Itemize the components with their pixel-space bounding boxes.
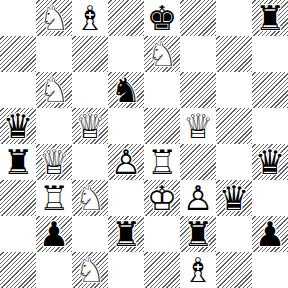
square-b4[interactable]: ♛♕: [36, 144, 72, 180]
piece-halo: ♜: [108, 216, 144, 252]
piece-black-rook: ♜: [108, 216, 144, 252]
square-d5[interactable]: [108, 108, 144, 144]
piece-white-pawn: ♙: [180, 180, 216, 216]
piece-black-rook: ♜: [252, 0, 288, 36]
square-e5[interactable]: [144, 108, 180, 144]
square-e7[interactable]: ♞♘: [144, 36, 180, 72]
piece-halo: ♞: [72, 252, 108, 288]
piece-halo: ♜: [0, 144, 36, 180]
piece-halo: ♞: [72, 180, 108, 216]
square-c4[interactable]: [72, 144, 108, 180]
square-d4[interactable]: ♟♙: [108, 144, 144, 180]
square-d2[interactable]: ♜♜: [108, 216, 144, 252]
piece-halo: ♛: [72, 108, 108, 144]
square-f7[interactable]: [180, 36, 216, 72]
piece-white-knight: ♘: [36, 0, 72, 36]
square-e8[interactable]: ♚♚: [144, 0, 180, 36]
piece-black-queen: ♛: [216, 180, 252, 216]
piece-white-knight: ♘: [144, 36, 180, 72]
square-d1[interactable]: [108, 252, 144, 288]
piece-black-king: ♚: [144, 0, 180, 36]
piece-white-queen: ♕: [36, 144, 72, 180]
piece-black-rook: ♜: [0, 144, 36, 180]
square-b5[interactable]: [36, 108, 72, 144]
square-e1[interactable]: [144, 252, 180, 288]
piece-white-bishop: ♗: [72, 0, 108, 36]
piece-halo: ♛: [0, 108, 36, 144]
square-f8[interactable]: [180, 0, 216, 36]
piece-halo: ♜: [180, 216, 216, 252]
square-a1[interactable]: [0, 252, 36, 288]
square-e2[interactable]: [144, 216, 180, 252]
square-c7[interactable]: [72, 36, 108, 72]
piece-black-pawn: ♟: [252, 216, 288, 252]
piece-halo: ♝: [72, 0, 108, 36]
square-g6[interactable]: [216, 72, 252, 108]
square-h4[interactable]: ♛♛: [252, 144, 288, 180]
square-h1[interactable]: [252, 252, 288, 288]
piece-white-queen: ♕: [180, 108, 216, 144]
square-c6[interactable]: [72, 72, 108, 108]
square-f4[interactable]: [180, 144, 216, 180]
piece-black-rook: ♜: [180, 216, 216, 252]
square-g1[interactable]: [216, 252, 252, 288]
piece-halo: ♜: [36, 180, 72, 216]
square-b6[interactable]: ♞♘: [36, 72, 72, 108]
square-h3[interactable]: [252, 180, 288, 216]
chess-board: ♞♘♝♗♚♚♜♜♞♘♞♘♞♞♛♛♛♕♛♕♜♜♛♕♟♙♜♖♛♛♜♖♞♘♚♔♟♙♛♛…: [0, 0, 288, 288]
piece-halo: ♟: [252, 216, 288, 252]
piece-white-bishop: ♗: [180, 252, 216, 288]
square-b7[interactable]: [36, 36, 72, 72]
square-a3[interactable]: [0, 180, 36, 216]
piece-white-queen: ♕: [72, 108, 108, 144]
square-a8[interactable]: [0, 0, 36, 36]
square-d8[interactable]: [108, 0, 144, 36]
square-e3[interactable]: ♚♔: [144, 180, 180, 216]
square-c2[interactable]: [72, 216, 108, 252]
square-b2[interactable]: ♟♟: [36, 216, 72, 252]
piece-white-rook: ♖: [144, 144, 180, 180]
piece-black-knight: ♞: [108, 72, 144, 108]
square-c5[interactable]: ♛♕: [72, 108, 108, 144]
piece-halo: ♞: [108, 72, 144, 108]
piece-white-pawn: ♙: [108, 144, 144, 180]
square-e6[interactable]: [144, 72, 180, 108]
square-e4[interactable]: ♜♖: [144, 144, 180, 180]
piece-white-knight: ♘: [72, 180, 108, 216]
square-a5[interactable]: ♛♛: [0, 108, 36, 144]
square-c8[interactable]: ♝♗: [72, 0, 108, 36]
piece-halo: ♜: [144, 144, 180, 180]
piece-black-queen: ♛: [0, 108, 36, 144]
square-f2[interactable]: ♜♜: [180, 216, 216, 252]
square-b8[interactable]: ♞♘: [36, 0, 72, 36]
square-g4[interactable]: [216, 144, 252, 180]
piece-halo: ♟: [108, 144, 144, 180]
piece-halo: ♛: [252, 144, 288, 180]
piece-black-queen: ♛: [252, 144, 288, 180]
piece-halo: ♟: [36, 216, 72, 252]
square-d6[interactable]: ♞♞: [108, 72, 144, 108]
piece-halo: ♛: [180, 108, 216, 144]
square-d3[interactable]: [108, 180, 144, 216]
square-f1[interactable]: ♝♗: [180, 252, 216, 288]
square-g3[interactable]: ♛♛: [216, 180, 252, 216]
square-a6[interactable]: [0, 72, 36, 108]
square-a4[interactable]: ♜♜: [0, 144, 36, 180]
piece-halo: ♞: [36, 0, 72, 36]
square-h5[interactable]: [252, 108, 288, 144]
square-c1[interactable]: ♞♘: [72, 252, 108, 288]
square-f6[interactable]: [180, 72, 216, 108]
piece-halo: ♛: [216, 180, 252, 216]
square-b3[interactable]: ♜♖: [36, 180, 72, 216]
square-h2[interactable]: ♟♟: [252, 216, 288, 252]
square-g8[interactable]: [216, 0, 252, 36]
piece-halo: ♞: [36, 72, 72, 108]
square-a7[interactable]: [0, 36, 36, 72]
piece-halo: ♜: [252, 0, 288, 36]
piece-halo: ♝: [180, 252, 216, 288]
square-h6[interactable]: [252, 72, 288, 108]
square-g7[interactable]: [216, 36, 252, 72]
piece-white-knight: ♘: [72, 252, 108, 288]
square-g2[interactable]: [216, 216, 252, 252]
piece-white-knight: ♘: [36, 72, 72, 108]
square-d7[interactable]: [108, 36, 144, 72]
piece-halo: ♛: [36, 144, 72, 180]
piece-halo: ♟: [180, 180, 216, 216]
square-a2[interactable]: [0, 216, 36, 252]
square-h7[interactable]: [252, 36, 288, 72]
square-g5[interactable]: [216, 108, 252, 144]
piece-black-pawn: ♟: [36, 216, 72, 252]
piece-white-king: ♔: [144, 180, 180, 216]
square-f5[interactable]: ♛♕: [180, 108, 216, 144]
square-b1[interactable]: [36, 252, 72, 288]
piece-halo: ♚: [144, 0, 180, 36]
piece-halo: ♚: [144, 180, 180, 216]
square-f3[interactable]: ♟♙: [180, 180, 216, 216]
square-h8[interactable]: ♜♜: [252, 0, 288, 36]
piece-halo: ♞: [144, 36, 180, 72]
square-c3[interactable]: ♞♘: [72, 180, 108, 216]
piece-white-rook: ♖: [36, 180, 72, 216]
